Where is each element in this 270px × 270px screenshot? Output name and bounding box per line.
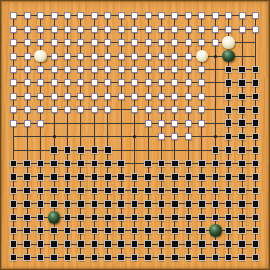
intersection-L9[interactable] bbox=[141, 143, 154, 156]
intersection-B19[interactable] bbox=[20, 9, 33, 22]
intersection-C9[interactable] bbox=[34, 143, 47, 156]
intersection-R4[interactable] bbox=[222, 211, 235, 224]
intersection-H6[interactable] bbox=[101, 184, 114, 197]
intersection-H19[interactable] bbox=[101, 9, 114, 22]
intersection-B9[interactable] bbox=[20, 143, 33, 156]
intersection-J10[interactable] bbox=[115, 130, 128, 143]
intersection-R2[interactable] bbox=[222, 237, 235, 250]
intersection-C1[interactable] bbox=[34, 251, 47, 264]
intersection-J11[interactable] bbox=[115, 117, 128, 130]
intersection-P5[interactable] bbox=[195, 197, 208, 210]
intersection-T13[interactable] bbox=[249, 90, 262, 103]
intersection-T19[interactable] bbox=[249, 9, 262, 22]
intersection-C10[interactable] bbox=[34, 130, 47, 143]
intersection-F11[interactable] bbox=[74, 117, 87, 130]
intersection-O3[interactable] bbox=[182, 224, 195, 237]
intersection-H18[interactable] bbox=[101, 22, 114, 35]
intersection-R19[interactable] bbox=[222, 9, 235, 22]
intersection-C17[interactable] bbox=[34, 36, 47, 49]
intersection-O8[interactable] bbox=[182, 157, 195, 170]
intersection-F7[interactable] bbox=[74, 170, 87, 183]
intersection-E19[interactable] bbox=[61, 9, 74, 22]
intersection-O5[interactable] bbox=[182, 197, 195, 210]
intersection-E1[interactable] bbox=[61, 251, 74, 264]
intersection-L8[interactable] bbox=[141, 157, 154, 170]
intersection-D5[interactable] bbox=[47, 197, 60, 210]
intersection-N14[interactable] bbox=[168, 76, 181, 89]
intersection-Q12[interactable] bbox=[209, 103, 222, 116]
intersection-D19[interactable] bbox=[47, 9, 60, 22]
intersection-N1[interactable] bbox=[168, 251, 181, 264]
intersection-H12[interactable] bbox=[101, 103, 114, 116]
intersection-S3[interactable] bbox=[235, 224, 248, 237]
intersection-T10[interactable] bbox=[249, 130, 262, 143]
intersection-J16[interactable] bbox=[115, 49, 128, 62]
intersection-O13[interactable] bbox=[182, 90, 195, 103]
intersection-B6[interactable] bbox=[20, 184, 33, 197]
intersection-A17[interactable] bbox=[7, 36, 20, 49]
intersection-Q19[interactable] bbox=[209, 9, 222, 22]
intersection-R7[interactable] bbox=[222, 170, 235, 183]
intersection-B8[interactable] bbox=[20, 157, 33, 170]
intersection-E13[interactable] bbox=[61, 90, 74, 103]
intersection-M5[interactable] bbox=[155, 197, 168, 210]
intersection-E15[interactable] bbox=[61, 63, 74, 76]
intersection-A6[interactable] bbox=[7, 184, 20, 197]
intersection-F1[interactable] bbox=[74, 251, 87, 264]
intersection-O7[interactable] bbox=[182, 170, 195, 183]
intersection-L15[interactable] bbox=[141, 63, 154, 76]
intersection-N5[interactable] bbox=[168, 197, 181, 210]
intersection-G1[interactable] bbox=[88, 251, 101, 264]
intersection-A1[interactable] bbox=[7, 251, 20, 264]
intersection-D2[interactable] bbox=[47, 237, 60, 250]
intersection-N12[interactable] bbox=[168, 103, 181, 116]
intersection-Q18[interactable] bbox=[209, 22, 222, 35]
intersection-N19[interactable] bbox=[168, 9, 181, 22]
intersection-A14[interactable] bbox=[7, 76, 20, 89]
intersection-R18[interactable] bbox=[222, 22, 235, 35]
intersection-J14[interactable] bbox=[115, 76, 128, 89]
intersection-R10[interactable] bbox=[222, 130, 235, 143]
intersection-T7[interactable] bbox=[249, 170, 262, 183]
intersection-G11[interactable] bbox=[88, 117, 101, 130]
intersection-H15[interactable] bbox=[101, 63, 114, 76]
intersection-B13[interactable] bbox=[20, 90, 33, 103]
intersection-P2[interactable] bbox=[195, 237, 208, 250]
intersection-C11[interactable] bbox=[34, 117, 47, 130]
intersection-F17[interactable] bbox=[74, 36, 87, 49]
intersection-G8[interactable] bbox=[88, 157, 101, 170]
intersection-F6[interactable] bbox=[74, 184, 87, 197]
intersection-E10[interactable] bbox=[61, 130, 74, 143]
intersection-T1[interactable] bbox=[249, 251, 262, 264]
intersection-E8[interactable] bbox=[61, 157, 74, 170]
intersection-A11[interactable] bbox=[7, 117, 20, 130]
intersection-K14[interactable] bbox=[128, 76, 141, 89]
intersection-S8[interactable] bbox=[235, 157, 248, 170]
intersection-C6[interactable] bbox=[34, 184, 47, 197]
intersection-E9[interactable] bbox=[61, 143, 74, 156]
intersection-P10[interactable] bbox=[195, 130, 208, 143]
intersection-F3[interactable] bbox=[74, 224, 87, 237]
intersection-H11[interactable] bbox=[101, 117, 114, 130]
intersection-B17[interactable] bbox=[20, 36, 33, 49]
intersection-P14[interactable] bbox=[195, 76, 208, 89]
intersection-O1[interactable] bbox=[182, 251, 195, 264]
intersection-C3[interactable] bbox=[34, 224, 47, 237]
intersection-Q10[interactable] bbox=[209, 130, 222, 143]
intersection-B4[interactable] bbox=[20, 211, 33, 224]
intersection-K16[interactable] bbox=[128, 49, 141, 62]
intersection-G7[interactable] bbox=[88, 170, 101, 183]
intersection-D4[interactable] bbox=[47, 211, 60, 224]
intersection-J8[interactable] bbox=[115, 157, 128, 170]
intersection-P13[interactable] bbox=[195, 90, 208, 103]
intersection-K4[interactable] bbox=[128, 211, 141, 224]
intersection-M16[interactable] bbox=[155, 49, 168, 62]
intersection-S16[interactable] bbox=[235, 49, 248, 62]
intersection-B1[interactable] bbox=[20, 251, 33, 264]
intersection-G10[interactable] bbox=[88, 130, 101, 143]
intersection-K12[interactable] bbox=[128, 103, 141, 116]
intersection-C5[interactable] bbox=[34, 197, 47, 210]
intersection-Q11[interactable] bbox=[209, 117, 222, 130]
intersection-A18[interactable] bbox=[7, 22, 20, 35]
intersection-G19[interactable] bbox=[88, 9, 101, 22]
intersection-E2[interactable] bbox=[61, 237, 74, 250]
intersection-Q13[interactable] bbox=[209, 90, 222, 103]
intersection-O12[interactable] bbox=[182, 103, 195, 116]
intersection-M2[interactable] bbox=[155, 237, 168, 250]
intersection-A2[interactable] bbox=[7, 237, 20, 250]
black-stone[interactable] bbox=[209, 224, 222, 237]
intersection-C15[interactable] bbox=[34, 63, 47, 76]
intersection-B11[interactable] bbox=[20, 117, 33, 130]
intersection-T12[interactable] bbox=[249, 103, 262, 116]
intersection-L5[interactable] bbox=[141, 197, 154, 210]
intersection-S15[interactable] bbox=[235, 63, 248, 76]
intersection-J4[interactable] bbox=[115, 211, 128, 224]
intersection-N10[interactable] bbox=[168, 130, 181, 143]
intersection-E16[interactable] bbox=[61, 49, 74, 62]
white-stone[interactable] bbox=[222, 36, 235, 49]
intersection-L4[interactable] bbox=[141, 211, 154, 224]
intersection-G13[interactable] bbox=[88, 90, 101, 103]
intersection-L12[interactable] bbox=[141, 103, 154, 116]
intersection-L2[interactable] bbox=[141, 237, 154, 250]
intersection-K1[interactable] bbox=[128, 251, 141, 264]
intersection-G9[interactable] bbox=[88, 143, 101, 156]
intersection-H7[interactable] bbox=[101, 170, 114, 183]
intersection-N6[interactable] bbox=[168, 184, 181, 197]
intersection-F16[interactable] bbox=[74, 49, 87, 62]
intersection-H1[interactable] bbox=[101, 251, 114, 264]
intersection-M3[interactable] bbox=[155, 224, 168, 237]
intersection-O2[interactable] bbox=[182, 237, 195, 250]
intersection-N18[interactable] bbox=[168, 22, 181, 35]
intersection-J12[interactable] bbox=[115, 103, 128, 116]
intersection-M11[interactable] bbox=[155, 117, 168, 130]
intersection-S12[interactable] bbox=[235, 103, 248, 116]
intersection-C13[interactable] bbox=[34, 90, 47, 103]
intersection-D3[interactable] bbox=[47, 224, 60, 237]
intersection-B5[interactable] bbox=[20, 197, 33, 210]
intersection-N16[interactable] bbox=[168, 49, 181, 62]
intersection-C14[interactable] bbox=[34, 76, 47, 89]
intersection-T3[interactable] bbox=[249, 224, 262, 237]
intersection-R14[interactable] bbox=[222, 76, 235, 89]
intersection-T18[interactable] bbox=[249, 22, 262, 35]
intersection-E6[interactable] bbox=[61, 184, 74, 197]
intersection-M1[interactable] bbox=[155, 251, 168, 264]
intersection-K7[interactable] bbox=[128, 170, 141, 183]
intersection-Q5[interactable] bbox=[209, 197, 222, 210]
intersection-M17[interactable] bbox=[155, 36, 168, 49]
intersection-K8[interactable] bbox=[128, 157, 141, 170]
intersection-T2[interactable] bbox=[249, 237, 262, 250]
intersection-L10[interactable] bbox=[141, 130, 154, 143]
intersection-K18[interactable] bbox=[128, 22, 141, 35]
intersection-K11[interactable] bbox=[128, 117, 141, 130]
intersection-K3[interactable] bbox=[128, 224, 141, 237]
intersection-G12[interactable] bbox=[88, 103, 101, 116]
intersection-P6[interactable] bbox=[195, 184, 208, 197]
intersection-N13[interactable] bbox=[168, 90, 181, 103]
intersection-M6[interactable] bbox=[155, 184, 168, 197]
intersection-T11[interactable] bbox=[249, 117, 262, 130]
intersection-Q17[interactable] bbox=[209, 36, 222, 49]
intersection-B18[interactable] bbox=[20, 22, 33, 35]
intersection-F9[interactable] bbox=[74, 143, 87, 156]
intersection-C2[interactable] bbox=[34, 237, 47, 250]
intersection-Q9[interactable] bbox=[209, 143, 222, 156]
intersection-L18[interactable] bbox=[141, 22, 154, 35]
intersection-A13[interactable] bbox=[7, 90, 20, 103]
intersection-M9[interactable] bbox=[155, 143, 168, 156]
intersection-R1[interactable] bbox=[222, 251, 235, 264]
intersection-F8[interactable] bbox=[74, 157, 87, 170]
intersection-P7[interactable] bbox=[195, 170, 208, 183]
intersection-H3[interactable] bbox=[101, 224, 114, 237]
intersection-D8[interactable] bbox=[47, 157, 60, 170]
intersection-N11[interactable] bbox=[168, 117, 181, 130]
intersection-N4[interactable] bbox=[168, 211, 181, 224]
intersection-L14[interactable] bbox=[141, 76, 154, 89]
black-stone[interactable] bbox=[48, 211, 61, 224]
intersection-M8[interactable] bbox=[155, 157, 168, 170]
intersection-N3[interactable] bbox=[168, 224, 181, 237]
intersection-N8[interactable] bbox=[168, 157, 181, 170]
intersection-P19[interactable] bbox=[195, 9, 208, 22]
intersection-S7[interactable] bbox=[235, 170, 248, 183]
intersection-C12[interactable] bbox=[34, 103, 47, 116]
intersection-S13[interactable] bbox=[235, 90, 248, 103]
intersection-L3[interactable] bbox=[141, 224, 154, 237]
intersection-J17[interactable] bbox=[115, 36, 128, 49]
intersection-E4[interactable] bbox=[61, 211, 74, 224]
intersection-M19[interactable] bbox=[155, 9, 168, 22]
intersection-R6[interactable] bbox=[222, 184, 235, 197]
intersection-D11[interactable] bbox=[47, 117, 60, 130]
intersection-J5[interactable] bbox=[115, 197, 128, 210]
intersection-R15[interactable] bbox=[222, 63, 235, 76]
intersection-F14[interactable] bbox=[74, 76, 87, 89]
intersection-Q2[interactable] bbox=[209, 237, 222, 250]
intersection-F5[interactable] bbox=[74, 197, 87, 210]
intersection-O17[interactable] bbox=[182, 36, 195, 49]
intersection-J3[interactable] bbox=[115, 224, 128, 237]
intersection-S2[interactable] bbox=[235, 237, 248, 250]
intersection-E12[interactable] bbox=[61, 103, 74, 116]
intersection-M15[interactable] bbox=[155, 63, 168, 76]
intersection-A3[interactable] bbox=[7, 224, 20, 237]
intersection-J18[interactable] bbox=[115, 22, 128, 35]
intersection-R12[interactable] bbox=[222, 103, 235, 116]
intersection-B16[interactable] bbox=[20, 49, 33, 62]
intersection-L19[interactable] bbox=[141, 9, 154, 22]
intersection-T17[interactable] bbox=[249, 36, 262, 49]
intersection-O16[interactable] bbox=[182, 49, 195, 62]
intersection-K5[interactable] bbox=[128, 197, 141, 210]
intersection-J2[interactable] bbox=[115, 237, 128, 250]
intersection-Q8[interactable] bbox=[209, 157, 222, 170]
intersection-D15[interactable] bbox=[47, 63, 60, 76]
intersection-T9[interactable] bbox=[249, 143, 262, 156]
intersection-M13[interactable] bbox=[155, 90, 168, 103]
intersection-C7[interactable] bbox=[34, 170, 47, 183]
intersection-C4[interactable] bbox=[34, 211, 47, 224]
intersection-B14[interactable] bbox=[20, 76, 33, 89]
intersection-H17[interactable] bbox=[101, 36, 114, 49]
intersection-J7[interactable] bbox=[115, 170, 128, 183]
intersection-H5[interactable] bbox=[101, 197, 114, 210]
intersection-K6[interactable] bbox=[128, 184, 141, 197]
intersection-F15[interactable] bbox=[74, 63, 87, 76]
intersection-D9[interactable] bbox=[47, 143, 60, 156]
intersection-A9[interactable] bbox=[7, 143, 20, 156]
intersection-S10[interactable] bbox=[235, 130, 248, 143]
intersection-J1[interactable] bbox=[115, 251, 128, 264]
intersection-O18[interactable] bbox=[182, 22, 195, 35]
intersection-S14[interactable] bbox=[235, 76, 248, 89]
intersection-R5[interactable] bbox=[222, 197, 235, 210]
intersection-C16[interactable] bbox=[34, 49, 47, 62]
intersection-Q4[interactable] bbox=[209, 211, 222, 224]
intersection-S11[interactable] bbox=[235, 117, 248, 130]
intersection-K10[interactable] bbox=[128, 130, 141, 143]
intersection-E5[interactable] bbox=[61, 197, 74, 210]
intersection-B2[interactable] bbox=[20, 237, 33, 250]
intersection-A5[interactable] bbox=[7, 197, 20, 210]
intersection-C18[interactable] bbox=[34, 22, 47, 35]
intersection-S1[interactable] bbox=[235, 251, 248, 264]
intersection-J19[interactable] bbox=[115, 9, 128, 22]
intersection-M18[interactable] bbox=[155, 22, 168, 35]
intersection-E7[interactable] bbox=[61, 170, 74, 183]
intersection-R16[interactable] bbox=[222, 49, 235, 62]
intersection-D10[interactable] bbox=[47, 130, 60, 143]
intersection-S18[interactable] bbox=[235, 22, 248, 35]
intersection-O19[interactable] bbox=[182, 9, 195, 22]
intersection-N15[interactable] bbox=[168, 63, 181, 76]
intersection-G16[interactable] bbox=[88, 49, 101, 62]
intersection-P11[interactable] bbox=[195, 117, 208, 130]
intersection-Q14[interactable] bbox=[209, 76, 222, 89]
intersection-E17[interactable] bbox=[61, 36, 74, 49]
intersection-P3[interactable] bbox=[195, 224, 208, 237]
intersection-T14[interactable] bbox=[249, 76, 262, 89]
intersection-S9[interactable] bbox=[235, 143, 248, 156]
intersection-G5[interactable] bbox=[88, 197, 101, 210]
intersection-R9[interactable] bbox=[222, 143, 235, 156]
intersection-A12[interactable] bbox=[7, 103, 20, 116]
intersection-G2[interactable] bbox=[88, 237, 101, 250]
intersection-L16[interactable] bbox=[141, 49, 154, 62]
intersection-N7[interactable] bbox=[168, 170, 181, 183]
intersection-D16[interactable] bbox=[47, 49, 60, 62]
intersection-A10[interactable] bbox=[7, 130, 20, 143]
intersection-T5[interactable] bbox=[249, 197, 262, 210]
intersection-E18[interactable] bbox=[61, 22, 74, 35]
intersection-A4[interactable] bbox=[7, 211, 20, 224]
intersection-Q16[interactable] bbox=[209, 49, 222, 62]
intersection-J13[interactable] bbox=[115, 90, 128, 103]
intersection-F10[interactable] bbox=[74, 130, 87, 143]
intersection-L17[interactable] bbox=[141, 36, 154, 49]
intersection-Q15[interactable] bbox=[209, 63, 222, 76]
intersection-N17[interactable] bbox=[168, 36, 181, 49]
intersection-K19[interactable] bbox=[128, 9, 141, 22]
intersection-G4[interactable] bbox=[88, 211, 101, 224]
intersection-R11[interactable] bbox=[222, 117, 235, 130]
intersection-D12[interactable] bbox=[47, 103, 60, 116]
intersection-P18[interactable] bbox=[195, 22, 208, 35]
intersection-Q1[interactable] bbox=[209, 251, 222, 264]
intersection-K2[interactable] bbox=[128, 237, 141, 250]
intersection-G14[interactable] bbox=[88, 76, 101, 89]
intersection-P9[interactable] bbox=[195, 143, 208, 156]
intersection-F19[interactable] bbox=[74, 9, 87, 22]
intersection-B3[interactable] bbox=[20, 224, 33, 237]
intersection-D14[interactable] bbox=[47, 76, 60, 89]
intersection-L11[interactable] bbox=[141, 117, 154, 130]
intersection-K9[interactable] bbox=[128, 143, 141, 156]
intersection-O10[interactable] bbox=[182, 130, 195, 143]
intersection-O9[interactable] bbox=[182, 143, 195, 156]
white-stone[interactable] bbox=[34, 50, 47, 63]
intersection-S19[interactable] bbox=[235, 9, 248, 22]
intersection-G18[interactable] bbox=[88, 22, 101, 35]
intersection-R8[interactable] bbox=[222, 157, 235, 170]
intersection-K13[interactable] bbox=[128, 90, 141, 103]
intersection-O4[interactable] bbox=[182, 211, 195, 224]
intersection-K15[interactable] bbox=[128, 63, 141, 76]
intersection-P16[interactable] bbox=[195, 49, 208, 62]
intersection-T4[interactable] bbox=[249, 211, 262, 224]
intersection-F2[interactable] bbox=[74, 237, 87, 250]
intersection-A16[interactable] bbox=[7, 49, 20, 62]
intersection-G17[interactable] bbox=[88, 36, 101, 49]
intersection-G6[interactable] bbox=[88, 184, 101, 197]
intersection-H16[interactable] bbox=[101, 49, 114, 62]
intersection-D18[interactable] bbox=[47, 22, 60, 35]
intersection-F4[interactable] bbox=[74, 211, 87, 224]
intersection-D6[interactable] bbox=[47, 184, 60, 197]
intersection-N2[interactable] bbox=[168, 237, 181, 250]
intersection-T16[interactable] bbox=[249, 49, 262, 62]
intersection-O11[interactable] bbox=[182, 117, 195, 130]
